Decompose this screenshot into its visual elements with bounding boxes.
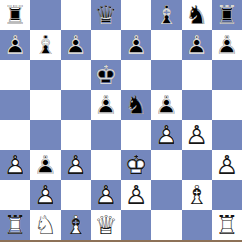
square-f8[interactable]: ♝︎♗︎	[151, 0, 181, 30]
square-f3[interactable]	[151, 150, 181, 180]
square-e7[interactable]: ♟︎♙︎	[121, 30, 151, 60]
black-knight: ♞︎♘︎	[182, 0, 212, 30]
square-c3[interactable]: ♟︎♙︎	[61, 150, 91, 180]
white-pawn: ♟︎♙︎	[0, 150, 30, 180]
square-e8[interactable]	[121, 0, 151, 30]
white-pawn: ♟︎♙︎	[91, 180, 121, 210]
square-g2[interactable]: ♝︎♗︎	[182, 180, 212, 210]
square-d1[interactable]: ♛︎♕︎	[91, 210, 121, 240]
black-bishop: ♝︎♗︎	[151, 0, 181, 30]
square-d8[interactable]: ♛︎♕︎	[91, 0, 121, 30]
square-g6[interactable]	[182, 60, 212, 90]
white-queen: ♛︎♕︎	[91, 210, 121, 240]
square-h8[interactable]: ♜︎♖︎	[212, 0, 242, 30]
square-g8[interactable]: ♞︎♘︎	[182, 0, 212, 30]
square-a5[interactable]	[0, 90, 30, 120]
square-f2[interactable]	[151, 180, 181, 210]
black-pawn: ♟︎♙︎	[182, 30, 212, 60]
square-e3[interactable]: ♚︎♔︎	[121, 150, 151, 180]
white-pawn: ♟︎♙︎	[121, 180, 151, 210]
square-h5[interactable]	[212, 90, 242, 120]
square-h3[interactable]: ♟︎♙︎	[212, 150, 242, 180]
square-c4[interactable]	[61, 120, 91, 150]
white-pawn: ♟︎♙︎	[61, 150, 91, 180]
square-d6[interactable]: ♚︎♔︎	[91, 60, 121, 90]
black-pawn: ♟︎♙︎	[121, 30, 151, 60]
square-a2[interactable]	[0, 180, 30, 210]
square-c7[interactable]: ♟︎♙︎	[61, 30, 91, 60]
square-d4[interactable]	[91, 120, 121, 150]
black-pawn: ♟︎♙︎	[30, 150, 60, 180]
white-pawn: ♟︎♙︎	[212, 150, 242, 180]
white-rook: ♜︎♖︎	[0, 210, 30, 240]
square-c2[interactable]	[61, 180, 91, 210]
square-g7[interactable]: ♟︎♙︎	[182, 30, 212, 60]
black-pawn: ♟︎♙︎	[151, 90, 181, 120]
white-pawn: ♟︎♙︎	[182, 120, 212, 150]
square-h1[interactable]: ♜︎♖︎	[212, 210, 242, 240]
black-pawn: ♟︎♙︎	[61, 30, 91, 60]
white-pawn: ♟︎♙︎	[151, 120, 181, 150]
white-bishop: ♝︎♗︎	[182, 180, 212, 210]
white-bishop: ♝︎♗︎	[61, 210, 91, 240]
black-king: ♚︎♔︎	[91, 60, 121, 90]
square-b1[interactable]: ♞︎♘︎	[30, 210, 60, 240]
black-rook: ♜︎♖︎	[0, 0, 30, 30]
chess-board: ♜︎♖︎♛︎♕︎♝︎♗︎♞︎♘︎♜︎♖︎♟︎♙︎♝︎♗︎♟︎♙︎♟︎♙︎♟︎♙︎…	[0, 0, 242, 242]
square-b8[interactable]	[30, 0, 60, 30]
black-queen: ♛︎♕︎	[91, 0, 121, 30]
square-b4[interactable]	[30, 120, 60, 150]
black-knight: ♞︎♘︎	[121, 90, 151, 120]
black-pawn: ♟︎♙︎	[0, 30, 30, 60]
square-b7[interactable]: ♝︎♗︎	[30, 30, 60, 60]
square-f4[interactable]: ♟︎♙︎	[151, 120, 181, 150]
square-e4[interactable]	[121, 120, 151, 150]
square-d2[interactable]: ♟︎♙︎	[91, 180, 121, 210]
square-a4[interactable]	[0, 120, 30, 150]
white-rook: ♜︎♖︎	[212, 210, 242, 240]
square-b5[interactable]	[30, 90, 60, 120]
square-h4[interactable]	[212, 120, 242, 150]
square-c1[interactable]: ♝︎♗︎	[61, 210, 91, 240]
square-h6[interactable]	[212, 60, 242, 90]
black-bishop: ♝︎♗︎	[30, 30, 60, 60]
square-h2[interactable]	[212, 180, 242, 210]
square-a3[interactable]: ♟︎♙︎	[0, 150, 30, 180]
square-b6[interactable]	[30, 60, 60, 90]
square-f7[interactable]	[151, 30, 181, 60]
black-pawn: ♟︎♙︎	[212, 30, 242, 60]
square-d3[interactable]	[91, 150, 121, 180]
square-f1[interactable]	[151, 210, 181, 240]
white-knight: ♞︎♘︎	[30, 210, 60, 240]
square-c5[interactable]	[61, 90, 91, 120]
square-b3[interactable]: ♟︎♙︎	[30, 150, 60, 180]
square-d5[interactable]: ♟︎♙︎	[91, 90, 121, 120]
square-h7[interactable]: ♟︎♙︎	[212, 30, 242, 60]
square-b2[interactable]: ♟︎♙︎	[30, 180, 60, 210]
square-a6[interactable]	[0, 60, 30, 90]
square-g3[interactable]	[182, 150, 212, 180]
square-a1[interactable]: ♜︎♖︎	[0, 210, 30, 240]
square-e2[interactable]: ♟︎♙︎	[121, 180, 151, 210]
square-g1[interactable]	[182, 210, 212, 240]
square-e5[interactable]: ♞︎♘︎	[121, 90, 151, 120]
square-e6[interactable]	[121, 60, 151, 90]
square-c8[interactable]	[61, 0, 91, 30]
square-a7[interactable]: ♟︎♙︎	[0, 30, 30, 60]
square-e1[interactable]	[121, 210, 151, 240]
square-a8[interactable]: ♜︎♖︎	[0, 0, 30, 30]
square-d7[interactable]	[91, 30, 121, 60]
square-g4[interactable]: ♟︎♙︎	[182, 120, 212, 150]
square-g5[interactable]	[182, 90, 212, 120]
white-king: ♚︎♔︎	[121, 150, 151, 180]
white-pawn: ♟︎♙︎	[30, 180, 60, 210]
square-f6[interactable]	[151, 60, 181, 90]
black-rook: ♜︎♖︎	[212, 0, 242, 30]
black-pawn: ♟︎♙︎	[91, 90, 121, 120]
square-c6[interactable]	[61, 60, 91, 90]
square-f5[interactable]: ♟︎♙︎	[151, 90, 181, 120]
